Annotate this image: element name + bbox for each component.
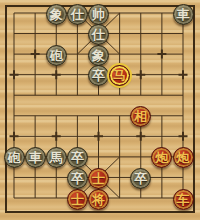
piece-black-horse[interactable]: 馬 [46,147,67,168]
xiangqi-board[interactable]: 象仕帅車仕砲象卒马相砲車馬卒炮炮卒士卒士将车 [0,0,200,220]
piece-red-advisor[interactable]: 士 [67,189,88,210]
piece-black-soldier[interactable]: 卒 [67,168,88,189]
piece-black-advisor[interactable]: 仕 [88,24,109,45]
piece-red-general[interactable]: 将 [88,189,109,210]
piece-black-elephant[interactable]: 象 [88,45,109,66]
piece-black-chariot[interactable]: 車 [25,147,46,168]
piece-black-cannon[interactable]: 砲 [4,147,25,168]
piece-black-cannon[interactable]: 砲 [46,45,67,66]
piece-black-chariot[interactable]: 車 [173,4,194,25]
piece-black-general[interactable]: 帅 [88,4,109,25]
piece-red-chariot[interactable]: 车 [173,189,194,210]
piece-red-advisor[interactable]: 士 [88,168,109,189]
piece-black-advisor[interactable]: 仕 [67,4,88,25]
piece-red-cannon[interactable]: 炮 [173,147,194,168]
piece-black-elephant[interactable]: 象 [46,4,67,25]
piece-black-soldier[interactable]: 卒 [88,65,109,86]
